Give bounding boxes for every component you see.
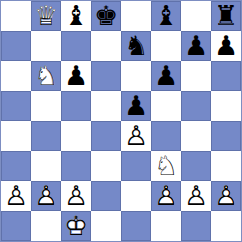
- square-a5[interactable]: [1, 91, 31, 121]
- square-e2[interactable]: [121, 181, 151, 211]
- square-a6[interactable]: [1, 61, 31, 91]
- square-f6[interactable]: ♟: [151, 61, 181, 91]
- piece-outline: ♕: [31, 1, 61, 31]
- square-f8[interactable]: ♝: [151, 1, 181, 31]
- piece-outline: ♘: [31, 61, 61, 91]
- black-pawn[interactable]: ♟: [61, 61, 91, 91]
- white-pawn[interactable]: ♟♙: [61, 181, 91, 211]
- square-c8[interactable]: ♝: [61, 1, 91, 31]
- black-pawn[interactable]: ♟: [181, 31, 211, 61]
- square-c6[interactable]: ♟: [61, 61, 91, 91]
- square-f3[interactable]: ♞♘: [151, 151, 181, 181]
- white-pawn[interactable]: ♟♙: [31, 181, 61, 211]
- white-knight[interactable]: ♞♘: [151, 151, 181, 181]
- square-g5[interactable]: [181, 91, 211, 121]
- square-a3[interactable]: [1, 151, 31, 181]
- square-g2[interactable]: ♟♙: [181, 181, 211, 211]
- black-pawn[interactable]: ♟: [121, 91, 151, 121]
- square-d4[interactable]: [91, 121, 121, 151]
- square-b7[interactable]: [31, 31, 61, 61]
- square-a2[interactable]: ♟♙: [1, 181, 31, 211]
- square-e6[interactable]: [121, 61, 151, 91]
- square-h8[interactable]: ♜: [211, 1, 241, 31]
- piece-outline: ♙: [181, 181, 211, 211]
- white-pawn[interactable]: ♟♙: [211, 181, 241, 211]
- square-g4[interactable]: [181, 121, 211, 151]
- square-d5[interactable]: [91, 91, 121, 121]
- piece-outline: ♙: [151, 181, 181, 211]
- square-f7[interactable]: [151, 31, 181, 61]
- black-knight[interactable]: ♞: [121, 31, 151, 61]
- square-h2[interactable]: ♟♙: [211, 181, 241, 211]
- square-g1[interactable]: [181, 211, 211, 241]
- piece-outline: ♙: [211, 181, 241, 211]
- square-d8[interactable]: ♚: [91, 1, 121, 31]
- square-f2[interactable]: ♟♙: [151, 181, 181, 211]
- black-king[interactable]: ♚: [91, 1, 121, 31]
- square-e7[interactable]: ♞: [121, 31, 151, 61]
- white-king[interactable]: ♚♔: [61, 211, 91, 241]
- square-f4[interactable]: [151, 121, 181, 151]
- square-b4[interactable]: [31, 121, 61, 151]
- white-queen[interactable]: ♛♕: [31, 1, 61, 31]
- square-f5[interactable]: [151, 91, 181, 121]
- piece-outline: ♙: [61, 181, 91, 211]
- white-pawn[interactable]: ♟♙: [151, 181, 181, 211]
- square-d6[interactable]: [91, 61, 121, 91]
- square-c7[interactable]: [61, 31, 91, 61]
- square-a4[interactable]: [1, 121, 31, 151]
- square-b2[interactable]: ♟♙: [31, 181, 61, 211]
- square-b6[interactable]: ♞♘: [31, 61, 61, 91]
- white-knight[interactable]: ♞♘: [31, 61, 61, 91]
- square-e5[interactable]: ♟: [121, 91, 151, 121]
- piece-outline: ♙: [121, 121, 151, 151]
- square-h6[interactable]: [211, 61, 241, 91]
- square-g8[interactable]: [181, 1, 211, 31]
- square-c2[interactable]: ♟♙: [61, 181, 91, 211]
- white-pawn[interactable]: ♟♙: [121, 121, 151, 151]
- square-h4[interactable]: [211, 121, 241, 151]
- square-e3[interactable]: [121, 151, 151, 181]
- black-pawn[interactable]: ♟: [151, 61, 181, 91]
- square-b3[interactable]: [31, 151, 61, 181]
- square-c1[interactable]: ♚♔: [61, 211, 91, 241]
- square-b5[interactable]: [31, 91, 61, 121]
- square-d3[interactable]: [91, 151, 121, 181]
- black-pawn[interactable]: ♟: [211, 31, 241, 61]
- square-a1[interactable]: [1, 211, 31, 241]
- square-h1[interactable]: [211, 211, 241, 241]
- square-g3[interactable]: [181, 151, 211, 181]
- chess-board: ♛♕♝♚♝♜♞♟♟♞♘♟♟♟♟♙♞♘♟♙♟♙♟♙♟♙♟♙♟♙♚♔: [0, 0, 242, 242]
- square-e8[interactable]: [121, 1, 151, 31]
- square-e1[interactable]: [121, 211, 151, 241]
- square-h3[interactable]: [211, 151, 241, 181]
- square-g7[interactable]: ♟: [181, 31, 211, 61]
- square-c4[interactable]: [61, 121, 91, 151]
- square-d7[interactable]: [91, 31, 121, 61]
- square-h5[interactable]: [211, 91, 241, 121]
- square-e4[interactable]: ♟♙: [121, 121, 151, 151]
- black-bishop[interactable]: ♝: [151, 1, 181, 31]
- square-d1[interactable]: [91, 211, 121, 241]
- square-g6[interactable]: [181, 61, 211, 91]
- piece-outline: ♘: [151, 151, 181, 181]
- white-pawn[interactable]: ♟♙: [1, 181, 31, 211]
- piece-outline: ♔: [61, 211, 91, 241]
- square-c5[interactable]: [61, 91, 91, 121]
- piece-outline: ♙: [1, 181, 31, 211]
- square-b8[interactable]: ♛♕: [31, 1, 61, 31]
- square-b1[interactable]: [31, 211, 61, 241]
- black-bishop[interactable]: ♝: [61, 1, 91, 31]
- square-a8[interactable]: [1, 1, 31, 31]
- white-pawn[interactable]: ♟♙: [181, 181, 211, 211]
- square-d2[interactable]: [91, 181, 121, 211]
- square-h7[interactable]: ♟: [211, 31, 241, 61]
- black-rook[interactable]: ♜: [211, 1, 241, 31]
- square-a7[interactable]: [1, 31, 31, 61]
- piece-outline: ♙: [31, 181, 61, 211]
- square-c3[interactable]: [61, 151, 91, 181]
- square-f1[interactable]: [151, 211, 181, 241]
